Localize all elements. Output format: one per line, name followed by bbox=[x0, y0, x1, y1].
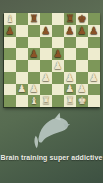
black-pawn: ♟ bbox=[78, 25, 87, 35]
square-e2[interactable] bbox=[52, 84, 64, 96]
square-g1[interactable]: ♚ bbox=[76, 95, 88, 107]
white-bishop: ♝ bbox=[6, 13, 15, 23]
square-c7[interactable] bbox=[28, 25, 40, 37]
white-pawn: ♟ bbox=[18, 84, 27, 94]
black-pawn: ♟ bbox=[30, 49, 39, 59]
white-bishop: ♝ bbox=[30, 96, 39, 106]
square-b1[interactable] bbox=[16, 95, 28, 107]
white-pawn: ♟ bbox=[66, 72, 75, 82]
square-a2[interactable] bbox=[4, 84, 16, 96]
black-pawn: ♟ bbox=[54, 49, 63, 59]
square-e3[interactable] bbox=[52, 72, 64, 84]
square-e6[interactable] bbox=[52, 37, 64, 49]
square-d3[interactable]: ♟ bbox=[40, 72, 52, 84]
square-h7[interactable]: ♟ bbox=[88, 25, 100, 37]
square-b8[interactable] bbox=[16, 13, 28, 25]
square-e8[interactable] bbox=[52, 13, 64, 25]
square-g4[interactable] bbox=[76, 60, 88, 72]
square-b7[interactable] bbox=[16, 25, 28, 37]
square-c8[interactable]: ♜ bbox=[28, 13, 40, 25]
square-a3[interactable] bbox=[4, 72, 16, 84]
square-f3[interactable]: ♟ bbox=[64, 72, 76, 84]
ad-screen: ♝♜♜♚♟♟♟♟♟♟♟♟♟♟♟♟♟♟♟♝♜♜♚ Brain training s… bbox=[0, 0, 103, 183]
square-h6[interactable] bbox=[88, 37, 100, 49]
leaping-dolphin-logo bbox=[31, 111, 73, 149]
square-b5[interactable] bbox=[16, 48, 28, 60]
square-a6[interactable] bbox=[4, 37, 16, 49]
square-e7[interactable] bbox=[52, 25, 64, 37]
square-f5[interactable] bbox=[64, 48, 76, 60]
square-d4[interactable] bbox=[40, 60, 52, 72]
ad-tagline: Brain training super addictive bbox=[0, 154, 103, 161]
square-h8[interactable] bbox=[88, 13, 100, 25]
square-f8[interactable]: ♜ bbox=[64, 13, 76, 25]
square-f6[interactable] bbox=[64, 37, 76, 49]
square-d2[interactable] bbox=[40, 84, 52, 96]
white-pawn: ♟ bbox=[90, 72, 99, 82]
square-f4[interactable] bbox=[64, 60, 76, 72]
square-d1[interactable]: ♜ bbox=[40, 95, 52, 107]
square-c6[interactable] bbox=[28, 37, 40, 49]
square-c3[interactable] bbox=[28, 72, 40, 84]
square-h1[interactable] bbox=[88, 95, 100, 107]
white-rook: ♜ bbox=[42, 96, 51, 106]
square-d8[interactable] bbox=[40, 13, 52, 25]
square-f7[interactable]: ♟ bbox=[64, 25, 76, 37]
square-h4[interactable] bbox=[88, 60, 100, 72]
white-pawn: ♟ bbox=[42, 72, 51, 82]
square-g8[interactable]: ♚ bbox=[76, 13, 88, 25]
square-b4[interactable] bbox=[16, 60, 28, 72]
black-rook: ♜ bbox=[30, 13, 39, 23]
square-g6[interactable] bbox=[76, 37, 88, 49]
square-c1[interactable]: ♝ bbox=[28, 95, 40, 107]
black-rook: ♜ bbox=[66, 13, 75, 23]
square-a7[interactable]: ♟ bbox=[4, 25, 16, 37]
square-h3[interactable]: ♟ bbox=[88, 72, 100, 84]
square-e5[interactable]: ♟ bbox=[52, 48, 64, 60]
square-c5[interactable]: ♟ bbox=[28, 48, 40, 60]
white-pawn: ♟ bbox=[78, 84, 87, 94]
square-d7[interactable]: ♟ bbox=[40, 25, 52, 37]
square-f1[interactable]: ♜ bbox=[64, 95, 76, 107]
white-pawn: ♟ bbox=[66, 84, 75, 94]
white-pawn: ♟ bbox=[30, 84, 39, 94]
square-d6[interactable] bbox=[40, 37, 52, 49]
square-a4[interactable] bbox=[4, 60, 16, 72]
black-king: ♚ bbox=[78, 13, 87, 23]
square-g5[interactable] bbox=[76, 48, 88, 60]
white-king: ♚ bbox=[78, 96, 87, 106]
black-pawn: ♟ bbox=[90, 25, 99, 35]
square-g2[interactable]: ♟ bbox=[76, 84, 88, 96]
square-d5[interactable] bbox=[40, 48, 52, 60]
square-c2[interactable]: ♟ bbox=[28, 84, 40, 96]
square-a5[interactable] bbox=[4, 48, 16, 60]
black-pawn: ♟ bbox=[42, 25, 51, 35]
square-a1[interactable] bbox=[4, 95, 16, 107]
white-rook: ♜ bbox=[66, 96, 75, 106]
square-b2[interactable]: ♟ bbox=[16, 84, 28, 96]
square-b3[interactable] bbox=[16, 72, 28, 84]
square-g3[interactable] bbox=[76, 72, 88, 84]
square-c4[interactable] bbox=[28, 60, 40, 72]
black-pawn: ♟ bbox=[66, 25, 75, 35]
square-e4[interactable]: ♟ bbox=[52, 60, 64, 72]
white-pawn: ♟ bbox=[54, 60, 63, 70]
chess-board[interactable]: ♝♜♜♚♟♟♟♟♟♟♟♟♟♟♟♟♟♟♟♝♜♜♚ bbox=[4, 13, 100, 107]
square-h5[interactable] bbox=[88, 48, 100, 60]
square-h2[interactable] bbox=[88, 84, 100, 96]
square-g7[interactable]: ♟ bbox=[76, 25, 88, 37]
square-b6[interactable] bbox=[16, 37, 28, 49]
square-f2[interactable]: ♟ bbox=[64, 84, 76, 96]
square-a8[interactable]: ♝ bbox=[4, 13, 16, 25]
black-pawn: ♟ bbox=[6, 25, 15, 35]
square-e1[interactable] bbox=[52, 95, 64, 107]
